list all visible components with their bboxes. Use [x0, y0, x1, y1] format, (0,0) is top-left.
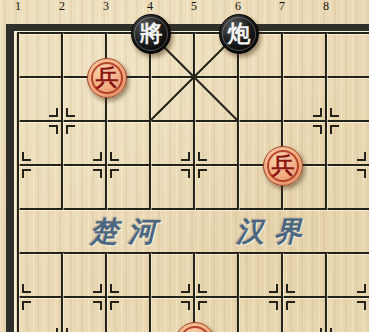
point-marker-7-6 [286, 301, 295, 310]
grid-line-file-5-lower [193, 252, 195, 332]
point-marker-5-6 [198, 301, 207, 310]
point-marker-3-3 [110, 152, 119, 161]
grid-line-file-2-lower [61, 252, 63, 332]
grid-line-file-8-upper [325, 32, 327, 210]
point-marker-3-6 [110, 301, 119, 310]
point-marker-9-6 [357, 284, 366, 293]
point-marker-5-6 [198, 284, 207, 293]
grid-line-file-1 [17, 32, 19, 332]
file-label-2: 2 [52, 0, 72, 13]
point-marker-5-3 [198, 152, 207, 161]
point-marker-2-2 [49, 125, 58, 134]
grid-line-file-2-upper [61, 32, 63, 210]
river-text-left: 楚河 [72, 211, 184, 253]
point-marker-1-3 [22, 169, 31, 178]
black-general[interactable]: 將 [131, 14, 171, 54]
point-marker-1-3 [22, 152, 31, 161]
grid-line-file-3-lower [105, 252, 107, 332]
grid-line-file-7-lower [281, 252, 283, 332]
point-marker-2-2 [66, 125, 75, 134]
xiangqi-board[interactable]: 12345678將炮兵兵 [0, 0, 369, 332]
file-label-3: 3 [96, 0, 116, 13]
point-marker-1-6 [22, 301, 31, 310]
red-soldier-a[interactable]: 兵 [87, 58, 127, 98]
grid-line-file-6-lower [237, 252, 239, 332]
point-marker-8-2 [330, 125, 339, 134]
file-label-6: 6 [228, 0, 248, 13]
river-text-right: 汉界 [218, 211, 330, 253]
point-marker-3-3 [93, 152, 102, 161]
point-marker-7-6 [286, 284, 295, 293]
point-marker-5-6 [181, 301, 190, 310]
point-marker-2-2 [66, 108, 75, 117]
red-piece-partial[interactable] [175, 322, 215, 332]
red-soldier-b[interactable]: 兵 [263, 146, 303, 186]
point-marker-2-7 [49, 328, 58, 332]
point-marker-8-2 [313, 125, 322, 134]
point-marker-5-6 [181, 284, 190, 293]
black-cannon-glyph: 炮 [228, 18, 251, 49]
point-marker-7-6 [269, 301, 278, 310]
point-marker-8-7 [313, 328, 322, 332]
point-marker-3-6 [93, 284, 102, 293]
red-soldier-a-glyph: 兵 [96, 62, 119, 93]
point-marker-3-3 [93, 169, 102, 178]
point-marker-9-3 [357, 169, 366, 178]
point-marker-8-2 [330, 108, 339, 117]
point-marker-5-3 [198, 169, 207, 178]
point-marker-9-6 [357, 301, 366, 310]
point-marker-1-6 [22, 284, 31, 293]
point-marker-2-2 [49, 108, 58, 117]
point-marker-2-7 [66, 328, 75, 332]
grid-line-file-8-lower [325, 252, 327, 332]
point-marker-9-3 [357, 152, 366, 161]
file-label-4: 4 [140, 0, 160, 13]
point-marker-8-2 [313, 108, 322, 117]
grid-line-file-5-upper [193, 32, 195, 210]
point-marker-5-3 [181, 169, 190, 178]
point-marker-8-7 [330, 328, 339, 332]
point-marker-3-6 [93, 301, 102, 310]
black-cannon[interactable]: 炮 [219, 14, 259, 54]
point-marker-5-3 [181, 152, 190, 161]
file-label-5: 5 [184, 0, 204, 13]
xiangqi-app-window: 12345678將炮兵兵 楚河 汉界 [0, 0, 369, 332]
file-label-7: 7 [272, 0, 292, 13]
file-label-1: 1 [8, 0, 28, 13]
black-general-glyph: 將 [140, 18, 163, 49]
red-soldier-b-glyph: 兵 [272, 150, 295, 181]
grid-line-file-4-lower [149, 252, 151, 332]
point-marker-3-3 [110, 169, 119, 178]
point-marker-7-6 [269, 284, 278, 293]
file-label-8: 8 [316, 0, 336, 13]
point-marker-3-6 [110, 284, 119, 293]
